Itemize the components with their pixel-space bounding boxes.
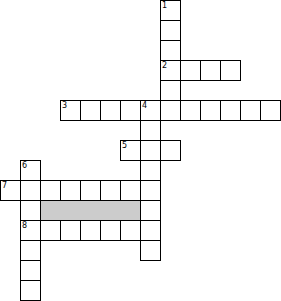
cell-r11c4[interactable] <box>80 220 101 241</box>
cell-r7c6[interactable] <box>120 140 141 161</box>
cell-r1c8[interactable] <box>160 20 181 41</box>
cell-r5c13[interactable] <box>260 100 281 121</box>
cell-r5c11[interactable] <box>220 100 241 121</box>
cell-r4c8[interactable] <box>160 80 181 101</box>
cell-r5c12[interactable] <box>240 100 261 121</box>
cell-r3c9[interactable] <box>180 60 201 81</box>
cell-r12c1[interactable] <box>20 240 41 261</box>
cell-r11c3[interactable] <box>60 220 81 241</box>
cell-r9c1[interactable] <box>20 180 41 201</box>
cell-r9c2[interactable] <box>40 180 61 201</box>
cell-r3c10[interactable] <box>200 60 221 81</box>
cell-r0c8[interactable] <box>160 0 181 21</box>
cell-r3c8[interactable] <box>160 60 181 81</box>
cell-r7c7[interactable] <box>140 140 161 161</box>
cell-r5c8[interactable] <box>160 100 181 121</box>
cell-r9c3[interactable] <box>60 180 81 201</box>
cell-r9c0[interactable] <box>0 180 21 201</box>
cell-r8c1[interactable] <box>20 160 41 181</box>
cell-r5c4[interactable] <box>80 100 101 121</box>
cell-r11c7[interactable] <box>140 220 161 241</box>
cell-r8c7[interactable] <box>140 160 161 181</box>
cell-r10c7[interactable] <box>140 200 161 221</box>
cell-r6c7[interactable] <box>140 120 161 141</box>
cell-r9c4[interactable] <box>80 180 101 201</box>
cell-r13c1[interactable] <box>20 260 41 281</box>
cell-r5c10[interactable] <box>200 100 221 121</box>
shaded-solution-block <box>40 200 141 221</box>
cell-r5c9[interactable] <box>180 100 201 121</box>
cell-r11c6[interactable] <box>120 220 141 241</box>
crossword-grid: 12345678 <box>0 0 281 301</box>
cell-r11c1[interactable] <box>20 220 41 241</box>
cell-r10c1[interactable] <box>20 200 41 221</box>
cell-r2c8[interactable] <box>160 40 181 61</box>
cell-r7c8[interactable] <box>160 140 181 161</box>
cell-r5c6[interactable] <box>120 100 141 121</box>
cell-r12c7[interactable] <box>140 240 161 261</box>
cell-r5c5[interactable] <box>100 100 121 121</box>
cell-r9c6[interactable] <box>120 180 141 201</box>
cell-r3c11[interactable] <box>220 60 241 81</box>
cell-r14c1[interactable] <box>20 280 41 301</box>
cell-r5c3[interactable] <box>60 100 81 121</box>
cell-r11c5[interactable] <box>100 220 121 241</box>
cell-r9c7[interactable] <box>140 180 161 201</box>
cell-r9c5[interactable] <box>100 180 121 201</box>
cell-r5c7[interactable] <box>140 100 161 121</box>
cell-r11c2[interactable] <box>40 220 61 241</box>
